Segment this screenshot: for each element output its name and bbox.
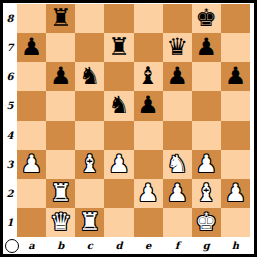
piece-black-knight[interactable]: ♞ (108, 91, 130, 120)
file-label-e: e (134, 237, 163, 253)
square-a1[interactable] (17, 208, 46, 237)
white-to-move-indicator (5, 239, 19, 253)
rank-label-8: 8 (3, 4, 17, 33)
chess-diagram: 87654321 ♜♚♟♜♛♟♟♞♝♟♟♞♟♟♝♟♞♟♜♟♟♝♟♛♜♚ abcd… (0, 0, 257, 257)
chess-board[interactable]: ♜♚♟♜♛♟♟♞♝♟♟♞♟♟♝♟♞♟♜♟♟♝♟♛♜♚ (17, 4, 250, 237)
piece-white-pawn[interactable]: ♟ (166, 179, 188, 208)
piece-black-pawn[interactable]: ♟ (166, 62, 188, 91)
piece-black-queen[interactable]: ♛ (166, 33, 188, 62)
square-c8[interactable] (75, 4, 104, 33)
square-f7[interactable]: ♛ (163, 33, 192, 62)
square-g8[interactable]: ♚ (192, 4, 221, 33)
piece-white-king[interactable]: ♚ (196, 208, 218, 237)
square-f2[interactable]: ♟ (163, 179, 192, 208)
square-g5[interactable] (192, 91, 221, 120)
square-a6[interactable] (17, 62, 46, 91)
rank-labels: 87654321 (3, 4, 17, 237)
square-a2[interactable] (17, 179, 46, 208)
square-c5[interactable] (75, 91, 104, 120)
square-f4[interactable] (163, 121, 192, 150)
square-a8[interactable] (17, 4, 46, 33)
square-d2[interactable] (104, 179, 133, 208)
square-c1[interactable]: ♜ (75, 208, 104, 237)
square-c4[interactable] (75, 121, 104, 150)
rank-label-4: 4 (3, 121, 17, 150)
square-g4[interactable] (192, 121, 221, 150)
square-d8[interactable] (104, 4, 133, 33)
square-b4[interactable] (46, 121, 75, 150)
square-g6[interactable] (192, 62, 221, 91)
piece-white-knight[interactable]: ♞ (166, 150, 188, 179)
square-a5[interactable] (17, 91, 46, 120)
square-e2[interactable]: ♟ (134, 179, 163, 208)
piece-white-pawn[interactable]: ♟ (196, 150, 218, 179)
rank-label-3: 3 (3, 150, 17, 179)
square-e8[interactable] (134, 4, 163, 33)
square-g3[interactable]: ♟ (192, 150, 221, 179)
square-b8[interactable]: ♜ (46, 4, 75, 33)
piece-white-pawn[interactable]: ♟ (225, 179, 247, 208)
piece-white-bishop[interactable]: ♝ (79, 150, 101, 179)
piece-black-rook[interactable]: ♜ (50, 4, 72, 33)
square-e7[interactable] (134, 33, 163, 62)
piece-white-pawn[interactable]: ♟ (137, 179, 159, 208)
square-c7[interactable] (75, 33, 104, 62)
square-g2[interactable]: ♝ (192, 179, 221, 208)
square-d7[interactable]: ♜ (104, 33, 133, 62)
piece-black-pawn[interactable]: ♟ (196, 33, 218, 62)
rank-label-1: 1 (3, 208, 17, 237)
piece-black-rook[interactable]: ♜ (108, 33, 130, 62)
square-b6[interactable]: ♟ (46, 62, 75, 91)
rank-label-6: 6 (3, 62, 17, 91)
piece-black-pawn[interactable]: ♟ (137, 91, 159, 120)
square-h1[interactable] (221, 208, 250, 237)
square-d6[interactable] (104, 62, 133, 91)
piece-black-pawn[interactable]: ♟ (225, 62, 247, 91)
square-h4[interactable] (221, 121, 250, 150)
square-h2[interactable]: ♟ (221, 179, 250, 208)
file-label-f: f (163, 237, 192, 253)
file-label-a: a (17, 237, 46, 253)
square-a3[interactable]: ♟ (17, 150, 46, 179)
square-e3[interactable] (134, 150, 163, 179)
square-b3[interactable] (46, 150, 75, 179)
square-c6[interactable]: ♞ (75, 62, 104, 91)
piece-white-pawn[interactable]: ♟ (108, 150, 130, 179)
file-label-g: g (192, 237, 221, 253)
square-b5[interactable] (46, 91, 75, 120)
square-d4[interactable] (104, 121, 133, 150)
piece-black-pawn[interactable]: ♟ (21, 33, 43, 62)
square-f6[interactable]: ♟ (163, 62, 192, 91)
square-f1[interactable] (163, 208, 192, 237)
square-f8[interactable] (163, 4, 192, 33)
rank-label-7: 7 (3, 33, 17, 62)
square-d1[interactable] (104, 208, 133, 237)
square-b2[interactable]: ♜ (46, 179, 75, 208)
file-label-d: d (104, 237, 133, 253)
piece-white-rook[interactable]: ♜ (79, 208, 101, 237)
square-d3[interactable]: ♟ (104, 150, 133, 179)
piece-white-rook[interactable]: ♜ (50, 179, 72, 208)
square-e6[interactable]: ♝ (134, 62, 163, 91)
square-g1[interactable]: ♚ (192, 208, 221, 237)
square-e4[interactable] (134, 121, 163, 150)
square-c2[interactable] (75, 179, 104, 208)
square-a4[interactable] (17, 121, 46, 150)
piece-black-knight[interactable]: ♞ (79, 62, 101, 91)
square-h6[interactable]: ♟ (221, 62, 250, 91)
piece-black-bishop[interactable]: ♝ (137, 62, 159, 91)
rank-label-5: 5 (3, 91, 17, 120)
square-c3[interactable]: ♝ (75, 150, 104, 179)
square-d5[interactable]: ♞ (104, 91, 133, 120)
square-h5[interactable] (221, 91, 250, 120)
square-e1[interactable] (134, 208, 163, 237)
square-g7[interactable]: ♟ (192, 33, 221, 62)
square-b1[interactable]: ♛ (46, 208, 75, 237)
square-b7[interactable] (46, 33, 75, 62)
square-h8[interactable] (221, 4, 250, 33)
rank-label-2: 2 (3, 179, 17, 208)
square-h3[interactable] (221, 150, 250, 179)
file-label-h: h (221, 237, 250, 253)
piece-black-king[interactable]: ♚ (196, 4, 218, 33)
file-labels: abcdefgh (17, 237, 250, 253)
square-h7[interactable] (221, 33, 250, 62)
piece-white-bishop[interactable]: ♝ (196, 179, 218, 208)
square-e5[interactable]: ♟ (134, 91, 163, 120)
square-a7[interactable]: ♟ (17, 33, 46, 62)
piece-black-pawn[interactable]: ♟ (50, 62, 72, 91)
file-label-c: c (75, 237, 104, 253)
piece-white-pawn[interactable]: ♟ (21, 150, 43, 179)
square-f5[interactable] (163, 91, 192, 120)
file-label-b: b (46, 237, 75, 253)
square-f3[interactable]: ♞ (163, 150, 192, 179)
piece-white-queen[interactable]: ♛ (50, 208, 72, 237)
